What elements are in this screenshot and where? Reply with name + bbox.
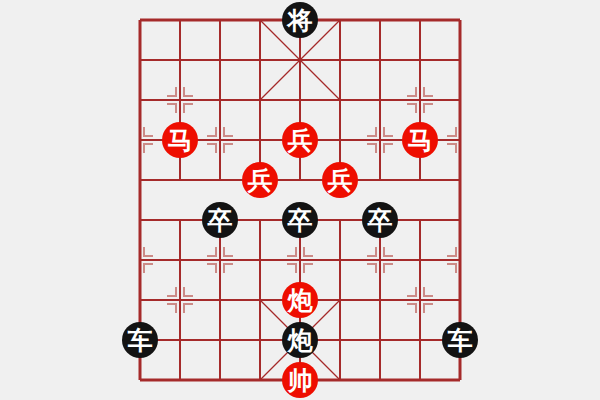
piece-red-horse-left[interactable]: 马 (162, 122, 198, 158)
piece-black-chariot-right[interactable]: 车 (442, 322, 478, 358)
piece-black-chariot-left[interactable]: 车 (122, 322, 158, 358)
piece-red-general[interactable]: 帅 (282, 362, 318, 398)
piece-red-soldier-center[interactable]: 兵 (282, 122, 318, 158)
pieces-layer: 将马兵马兵兵卒卒卒炮车炮车帅 (0, 0, 600, 400)
piece-black-cannon[interactable]: 炮 (282, 322, 318, 358)
piece-black-soldier-right[interactable]: 卒 (362, 202, 398, 238)
piece-red-soldier-left[interactable]: 兵 (242, 162, 278, 198)
xiangqi-diagram: 将马兵马兵兵卒卒卒炮车炮车帅 (0, 0, 600, 400)
piece-red-horse-right[interactable]: 马 (402, 122, 438, 158)
piece-red-soldier-right[interactable]: 兵 (322, 162, 358, 198)
piece-black-general[interactable]: 将 (282, 2, 318, 38)
piece-black-soldier-center[interactable]: 卒 (282, 202, 318, 238)
piece-red-cannon[interactable]: 炮 (282, 282, 318, 318)
piece-black-soldier-left[interactable]: 卒 (202, 202, 238, 238)
